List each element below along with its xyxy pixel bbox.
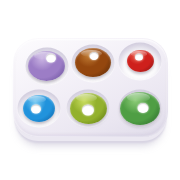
- piece-hole: [135, 53, 143, 60]
- piece-hole: [46, 54, 56, 63]
- pit-slot: [15, 87, 63, 131]
- pit-slot: [23, 44, 71, 88]
- pit-slot: [116, 39, 164, 83]
- piece-hole: [137, 103, 148, 113]
- piece-hole: [89, 52, 98, 60]
- pit-grid: [19, 42, 162, 129]
- piece-purple-ring[interactable]: [28, 51, 65, 81]
- piece-blue-ring[interactable]: [23, 95, 55, 122]
- pit-slot: [65, 87, 113, 131]
- pit-r1c0[interactable]: [19, 86, 67, 130]
- pit-r1c2[interactable]: [114, 86, 162, 130]
- bead-tray: [13, 38, 168, 137]
- piece-brown-ring[interactable]: [75, 48, 111, 77]
- pit-slot: [70, 41, 118, 85]
- pit-slot: [116, 87, 164, 131]
- piece-hole: [31, 105, 41, 114]
- piece-red-ring[interactable]: [127, 50, 154, 72]
- pit-r0c2[interactable]: [114, 42, 162, 86]
- pit-r0c0[interactable]: [19, 42, 67, 86]
- pit-r1c1[interactable]: [67, 86, 115, 130]
- piece-green-ring[interactable]: [120, 92, 160, 125]
- scene: [0, 0, 180, 180]
- piece-hole: [82, 104, 94, 115]
- pit-r0c1[interactable]: [67, 42, 115, 86]
